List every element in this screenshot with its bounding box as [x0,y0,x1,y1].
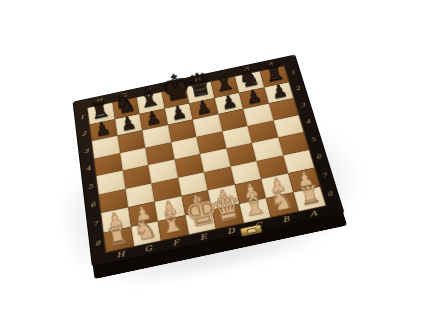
chess-scene: HGFEDCBA HGFEDCBA 12345678 12345678 ♜♞♝♚… [58,12,343,297]
photo-canvas: HGFEDCBA HGFEDCBA 12345678 12345678 ♜♞♝♚… [0,0,423,318]
chess-board: HGFEDCBA HGFEDCBA 12345678 12345678 ♜♞♝♚… [74,55,344,266]
square-g3 [117,130,145,153]
square-e7: ♟ [181,190,212,215]
square-d3 [193,114,222,136]
square-d4 [196,131,226,154]
square-a7: ♟ [288,168,320,192]
square-f3 [142,125,170,147]
